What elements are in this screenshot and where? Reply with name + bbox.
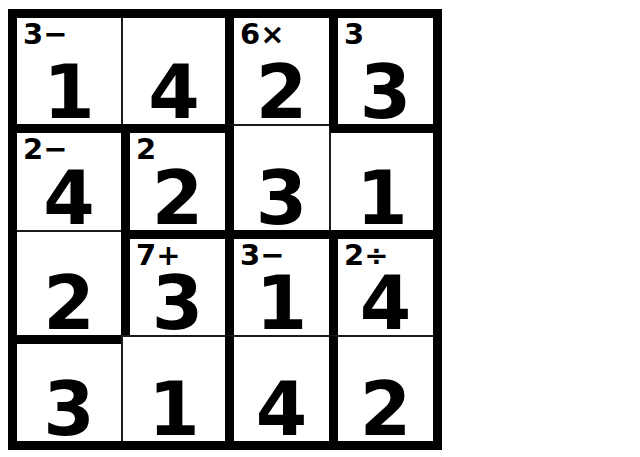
cell-r1c1[interactable]: 3−1 [17,18,121,124]
cell-r2c3[interactable]: 3 [225,124,329,230]
cell-r4c3[interactable]: 4 [225,335,329,441]
cage-clue: 3− [23,18,67,51]
cell-digit: 1 [331,161,433,235]
cell-r1c4[interactable]: 33 [329,18,433,124]
cell-digit: 4 [234,372,329,446]
cell-r4c2[interactable]: 1 [121,335,225,441]
kenken-board: 3−146×2332−4223127+33−12÷43142 [8,9,442,450]
cell-digit: 3 [338,55,433,129]
cell-r2c2[interactable]: 22 [121,124,225,230]
cage-clue: 3 [344,18,364,51]
cell-digit: 1 [234,266,329,340]
cell-r3c4[interactable]: 2÷4 [329,230,433,336]
cell-digit: 1 [123,372,225,446]
cell-r4c1[interactable]: 3 [17,335,121,441]
cell-digit: 2 [130,161,225,235]
cell-digit: 4 [123,55,225,129]
cell-digit: 2 [338,372,433,446]
cell-r3c2[interactable]: 7+3 [121,230,225,336]
kenken-puzzle-page: 3−146×2332−4223127+33−12÷43142 [0,0,640,457]
cell-digit: 3 [234,161,329,235]
cell-digit: 3 [17,372,121,446]
cage-clue: 6× [240,18,284,51]
cell-digit: 2 [234,55,329,129]
cell-digit: 3 [130,266,225,340]
cell-r2c1[interactable]: 2−4 [17,124,121,230]
cell-r1c3[interactable]: 6×2 [225,18,329,124]
cell-r2c4[interactable]: 1 [329,124,433,230]
cell-digit: 2 [17,266,121,340]
cell-r3c1[interactable]: 2 [17,230,121,336]
cell-digit: 4 [17,161,121,235]
cell-digit: 4 [338,266,433,340]
cell-r1c2[interactable]: 4 [121,18,225,124]
cell-r4c4[interactable]: 2 [329,335,433,441]
cell-r3c3[interactable]: 3−1 [225,230,329,336]
cell-digit: 1 [17,55,121,129]
